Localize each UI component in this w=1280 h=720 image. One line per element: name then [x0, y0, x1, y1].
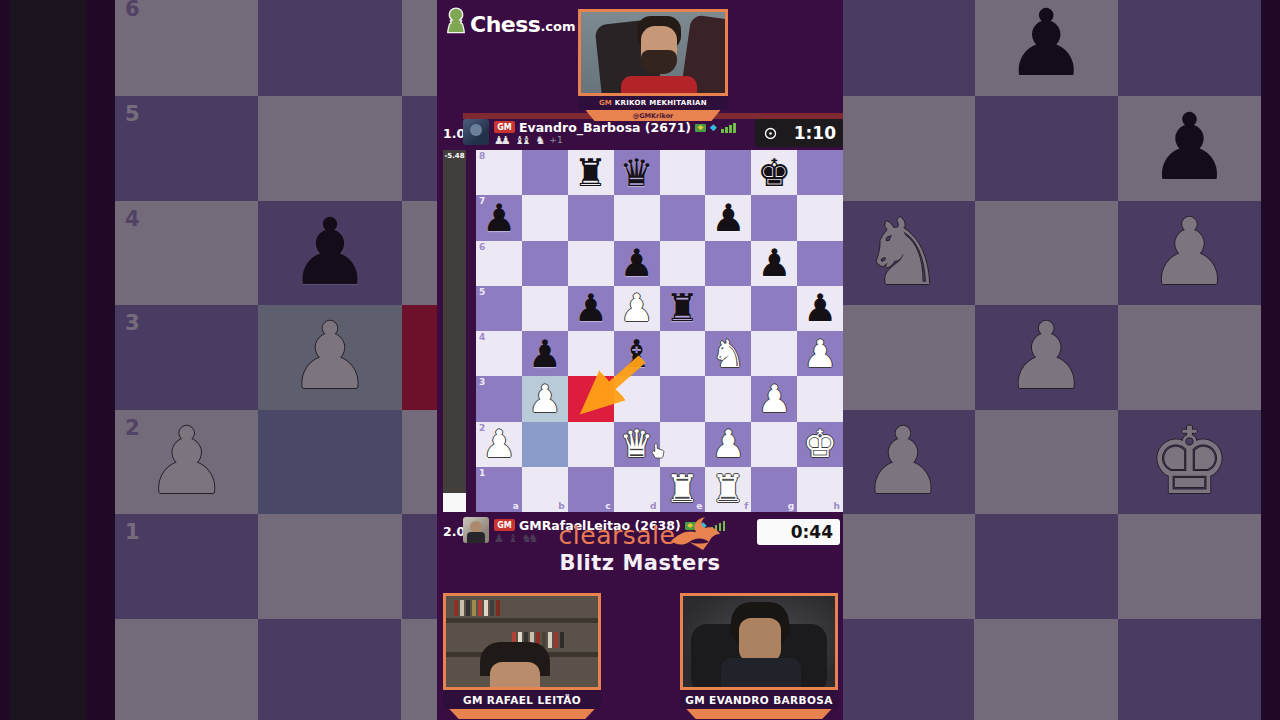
player-name-text: Evandro_Barbosa (2671) [519, 120, 691, 135]
square-b2[interactable] [522, 422, 568, 467]
host-handle: @GMKrikor [633, 112, 674, 120]
square-e3[interactable] [660, 376, 706, 421]
square-h6[interactable] [797, 241, 843, 286]
white-king: ♚ [797, 422, 843, 467]
rank-label: 6 [479, 242, 485, 252]
player-shirt [721, 658, 801, 688]
chesscom-logo: Chess .com [444, 6, 576, 36]
black-pawn: ♟ [797, 286, 843, 331]
black-bishop: ♝ [614, 331, 660, 376]
black-pawn: ♟ [705, 195, 751, 240]
rank-label: 1 [479, 468, 485, 478]
square-h1[interactable]: h [797, 467, 843, 512]
host-shirt [621, 76, 697, 96]
file-label: b [558, 501, 564, 511]
square-f5[interactable] [705, 286, 751, 331]
rank-label: 4 [479, 332, 485, 342]
square-c2[interactable] [568, 422, 614, 467]
file-label: a [513, 501, 519, 511]
gm-badge-label: GM [497, 123, 512, 132]
black-pawn: ♟ [751, 241, 797, 286]
square-e1[interactable]: e♜ [660, 467, 706, 512]
square-f6[interactable] [705, 241, 751, 286]
square-a5[interactable]: 5 [476, 286, 522, 331]
gm-badge-top: GM [494, 121, 515, 133]
square-e4[interactable] [660, 331, 706, 376]
square-f3[interactable] [705, 376, 751, 421]
square-b7[interactable] [522, 195, 568, 240]
square-a4[interactable]: 4 [476, 331, 522, 376]
captured-piece-group: ♝♝ [515, 135, 532, 146]
white-knight: ♞ [705, 331, 751, 376]
square-d6[interactable]: ♟ [614, 241, 660, 286]
host-name: KRIKOR MEKHITARIAN [615, 99, 707, 107]
player-avatar-top[interactable] [463, 119, 489, 145]
match-score-top: 1.0 [443, 126, 465, 141]
square-a1[interactable]: 1a [476, 467, 522, 512]
captured-piece-group: ♞ [535, 135, 545, 146]
white-rook: ♜ [660, 467, 706, 512]
sponsor-name: clearsale [559, 521, 676, 551]
black-pawn: ♟ [522, 331, 568, 376]
square-d7[interactable] [614, 195, 660, 240]
host-nameplate: GM KRIKOR MEKHITARIAN [578, 96, 728, 110]
black-pawn: ♟ [568, 286, 614, 331]
diamond-membership-icon: ◆ [710, 123, 717, 132]
square-d8[interactable]: ♛ [614, 150, 660, 195]
square-b1[interactable]: b [522, 467, 568, 512]
white-pawn: ♟ [522, 376, 568, 421]
square-g3[interactable]: ♟ [751, 376, 797, 421]
nametag-left-label: GM RAFAEL LEITÃO [463, 694, 581, 706]
square-c1[interactable]: c [568, 467, 614, 512]
white-rook: ♜ [705, 467, 751, 512]
stream-frame: 6♟5♟4♟♞♟3♟♟2♟♟♚1 Chess .com GM KRIKOR ME… [0, 0, 1280, 720]
square-d1[interactable]: d [614, 467, 660, 512]
player-webcam-left [443, 593, 601, 690]
file-label: c [605, 501, 610, 511]
nametag-left-ribbon [443, 709, 601, 719]
black-rook: ♜ [568, 150, 614, 195]
evaluation-value: -5.48 [443, 152, 466, 160]
host-webcam [578, 9, 728, 96]
square-a2[interactable]: 2♟ [476, 422, 522, 467]
square-a3[interactable]: 3 [476, 376, 522, 421]
host-beard [641, 50, 677, 74]
square-f4[interactable]: ♞ [705, 331, 751, 376]
square-c5[interactable]: ♟ [568, 286, 614, 331]
player-webcam-right [680, 593, 838, 690]
logo-text-main: Chess [470, 14, 540, 36]
square-a8[interactable]: 8 [476, 150, 522, 195]
sponsor-bird-icon [669, 517, 721, 551]
player-name-top[interactable]: Evandro_Barbosa (2671) ◆ [519, 120, 736, 135]
host-title: GM [599, 99, 612, 107]
material-advantage: +1 [549, 136, 562, 145]
nametag-left: GM RAFAEL LEITÃO [443, 690, 601, 709]
square-g8[interactable]: ♚ [751, 150, 797, 195]
file-label: h [834, 501, 840, 511]
rank-label: 5 [479, 287, 485, 297]
square-a7[interactable]: 7♟ [476, 195, 522, 240]
brazil-flag-icon [695, 124, 706, 132]
white-queen: ♛ [614, 422, 660, 467]
square-f7[interactable]: ♟ [705, 195, 751, 240]
white-pawn: ♟ [705, 422, 751, 467]
square-g4[interactable] [751, 331, 797, 376]
white-pawn: ♟ [751, 376, 797, 421]
chessboard: 8♜♛♚7♟♟6♟♟5♟♟♜♟4♟♝♞♟3♟♟2♟♛♟♚1abcde♜f♜gh [476, 150, 843, 512]
chesscom-pawn-icon [444, 6, 468, 36]
square-c6[interactable] [568, 241, 614, 286]
white-pawn: ♟ [614, 286, 660, 331]
square-d2[interactable]: ♛ [614, 422, 660, 467]
white-pawn: ♟ [797, 331, 843, 376]
square-h7[interactable] [797, 195, 843, 240]
square-b4[interactable]: ♟ [522, 331, 568, 376]
square-c8[interactable]: ♜ [568, 150, 614, 195]
square-h4[interactable]: ♟ [797, 331, 843, 376]
rank-label: 3 [479, 377, 485, 387]
nametag-right: GM EVANDRO BARBOSA [680, 690, 838, 709]
square-e5[interactable]: ♜ [660, 286, 706, 331]
event-title: Blitz Masters [437, 551, 843, 575]
square-b5[interactable] [522, 286, 568, 331]
square-h8[interactable] [797, 150, 843, 195]
black-rook: ♜ [660, 286, 706, 331]
timer-icon [764, 127, 777, 140]
square-e2[interactable] [660, 422, 706, 467]
square-g5[interactable] [751, 286, 797, 331]
square-a6[interactable]: 6 [476, 241, 522, 286]
square-b6[interactable] [522, 241, 568, 286]
square-g2[interactable] [751, 422, 797, 467]
player-face [490, 662, 540, 690]
square-e6[interactable] [660, 241, 706, 286]
square-g1[interactable]: g [751, 467, 797, 512]
player-face [739, 618, 781, 662]
square-h3[interactable] [797, 376, 843, 421]
square-f8[interactable] [705, 150, 751, 195]
black-pawn: ♟ [614, 241, 660, 286]
square-b3[interactable]: ♟ [522, 376, 568, 421]
square-f1[interactable]: f♜ [705, 467, 751, 512]
white-pawn: ♟ [476, 422, 522, 467]
evaluation-bar-white [443, 493, 466, 512]
square-h5[interactable]: ♟ [797, 286, 843, 331]
logo-text-suffix: .com [540, 19, 575, 36]
file-label: g [788, 501, 794, 511]
square-b8[interactable] [522, 150, 568, 195]
clock-top: 1:10 [755, 119, 843, 147]
captured-pieces-top: ♟♟♝♝♞+1 [494, 135, 563, 146]
square-d3[interactable] [614, 376, 660, 421]
square-c7[interactable] [568, 195, 614, 240]
nametag-right-ribbon [680, 709, 838, 719]
square-g7[interactable] [751, 195, 797, 240]
square-c4[interactable] [568, 331, 614, 376]
square-d5[interactable]: ♟ [614, 286, 660, 331]
square-e8[interactable] [660, 150, 706, 195]
mobile-stream-column: Chess .com GM KRIKOR MEKHITARIAN @GMKrik… [437, 0, 843, 720]
sponsor-logo: clearsale [437, 521, 843, 551]
black-pawn: ♟ [476, 195, 522, 240]
square-d4[interactable]: ♝ [614, 331, 660, 376]
clock-top-time: 1:10 [794, 123, 836, 143]
bookshelf [446, 618, 598, 623]
nametag-right-label: GM EVANDRO BARBOSA [685, 694, 833, 706]
black-queen: ♛ [614, 150, 660, 195]
evaluation-bar: -5.48 [443, 150, 466, 512]
books [454, 600, 500, 616]
captured-piece-group: ♟♟ [494, 135, 511, 146]
square-h2[interactable]: ♚ [797, 422, 843, 467]
rank-label: 8 [479, 151, 485, 161]
black-king: ♚ [751, 150, 797, 195]
square-c3[interactable] [568, 376, 614, 421]
file-label: d [650, 501, 656, 511]
square-e7[interactable] [660, 195, 706, 240]
square-g6[interactable]: ♟ [751, 241, 797, 286]
square-f2[interactable]: ♟ [705, 422, 751, 467]
connection-bars-icon [721, 123, 736, 133]
